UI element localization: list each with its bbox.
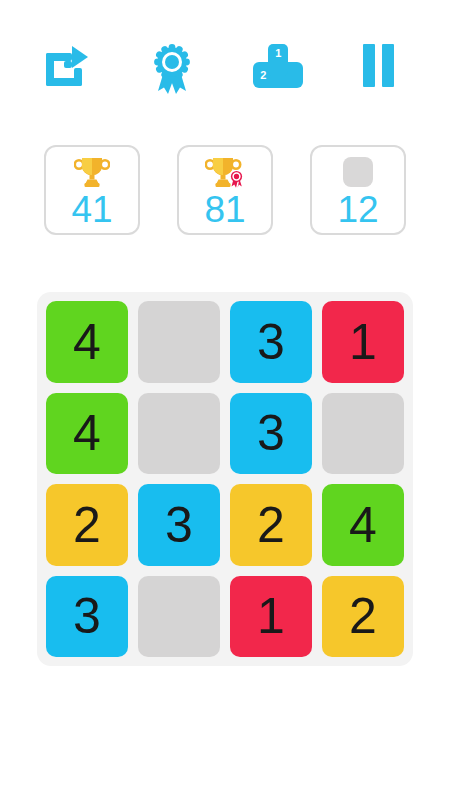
game-screen: 1 2 3 4	[0, 0, 450, 800]
moves-value: 12	[337, 191, 378, 230]
tile-r4c3-value-1[interactable]: 1	[230, 576, 312, 658]
tile-r4c1-value-3[interactable]: 3	[46, 576, 128, 658]
achievements-rosette-icon	[150, 44, 194, 96]
achievements-button[interactable]	[150, 44, 194, 96]
leaderboard-button[interactable]: 1 2 3	[253, 44, 303, 88]
gold-trophy-icon	[74, 153, 110, 191]
score-cards: 41	[0, 145, 450, 235]
top-score-value: 81	[204, 191, 245, 230]
gray-tile-icon	[343, 153, 373, 191]
gold-trophy-red-rosette-icon	[205, 153, 245, 191]
moves-card: 12	[310, 145, 406, 235]
best-score-value: 41	[71, 191, 112, 230]
tile-r1c1-value-4[interactable]: 4	[46, 301, 128, 383]
top-score-card: 81	[177, 145, 273, 235]
pause-icon	[363, 44, 394, 87]
tile-r3c4-value-4[interactable]: 4	[322, 484, 404, 566]
tile-r3c1-value-2[interactable]: 2	[46, 484, 128, 566]
tile-r1c2-empty	[138, 301, 220, 383]
tile-r4c2-empty	[138, 576, 220, 658]
podium-second-label: 2	[256, 70, 270, 81]
tile-r3c2-value-3[interactable]: 3	[138, 484, 220, 566]
share-button[interactable]	[44, 46, 90, 88]
podium-first-label: 1	[268, 48, 288, 59]
toolbar: 1 2 3	[0, 44, 450, 98]
best-score-card: 41	[44, 145, 140, 235]
tile-r1c4-value-1[interactable]: 1	[322, 301, 404, 383]
podium-third-label: 3	[236, 70, 250, 81]
pause-button[interactable]	[363, 44, 394, 87]
tile-r1c3-value-3[interactable]: 3	[230, 301, 312, 383]
tile-r4c4-value-2[interactable]: 2	[322, 576, 404, 658]
tile-r3c3-value-2[interactable]: 2	[230, 484, 312, 566]
tile-r2c4-empty	[322, 393, 404, 475]
tile-r2c3-value-3[interactable]: 3	[230, 393, 312, 475]
tile-r2c1-value-4[interactable]: 4	[46, 393, 128, 475]
tile-r2c2-empty	[138, 393, 220, 475]
game-board[interactable]: 431432324312	[37, 292, 413, 666]
